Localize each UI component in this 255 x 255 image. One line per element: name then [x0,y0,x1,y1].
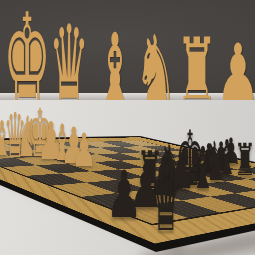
chess-piece-boxwood-rook: ♜ [176,26,218,100]
chess-piece-black-rook: ♜ [234,138,255,182]
chess-piece-boxwood-king: ♚ [3,0,51,100]
chess-piece-boxwood-bishop: ♝ [95,20,135,100]
chess-piece-white-queen: ♛ [4,105,26,167]
chess-piece-black-pawn: ♟ [106,162,142,227]
chess-piece-black-bishop: ♝ [191,139,215,197]
chess-piece-black-queen: ♛ [150,159,182,243]
chess-set-product-photo: ♚♛♝♞♜♟ ♟♟♟♟♟♟♟♟♛♜♞♚♝♞♝♜♝♛♞♚♟♝♟♟ [0,0,255,255]
top-photo-piece-lineup: ♚♛♝♞♜♟ [0,0,255,100]
chess-piece-white-pawn: ♟ [72,127,97,173]
chess-piece-boxwood-knight: ♞ [135,23,178,100]
bottom-photo-board-setup: ♟♟♟♟♟♟♟♟♛♜♞♚♝♞♝♜♝♛♞♚♟♝♟♟ [0,100,255,255]
chess-piece-boxwood-pawn: ♟ [216,34,255,100]
chess-piece-boxwood-queen: ♛ [49,10,89,100]
